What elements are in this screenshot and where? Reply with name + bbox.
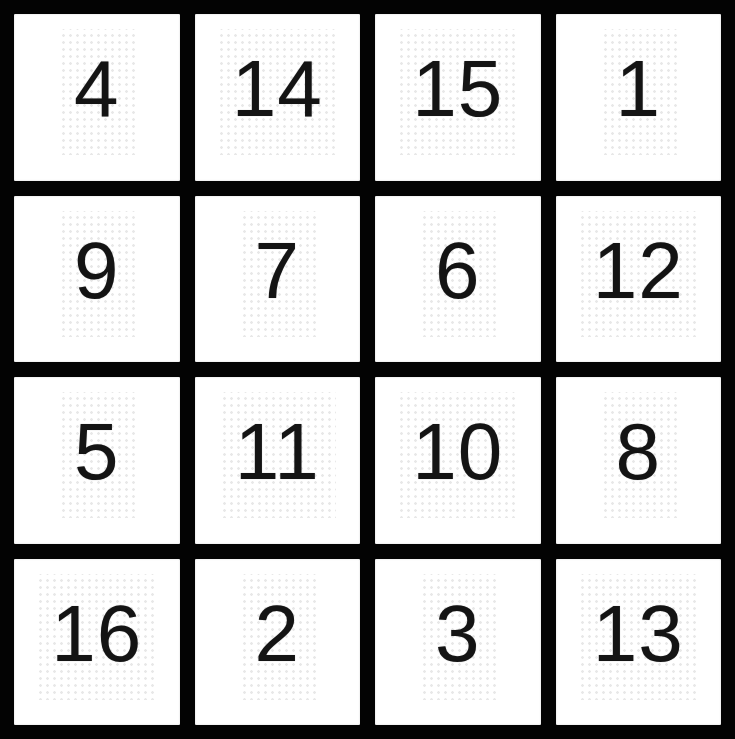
cell-value: 15 [396,29,519,155]
cell-r4c2: 2 [195,559,361,726]
cell-value: 1 [600,29,678,155]
magic-square-board: 4 14 15 1 9 7 6 12 5 11 10 8 16 2 3 13 [0,0,735,739]
cell-r3c4: 8 [556,377,722,544]
cell-value: 2 [239,574,317,700]
cell-r1c3: 15 [375,14,541,181]
cell-value: 8 [600,392,678,518]
cell-r2c3: 6 [375,196,541,363]
cell-value: 7 [239,211,317,337]
cell-value: 5 [58,392,136,518]
cell-r4c3: 3 [375,559,541,726]
cell-r2c2: 7 [195,196,361,363]
cell-r1c2: 14 [195,14,361,181]
cell-value: 13 [577,574,700,700]
cell-value: 3 [419,574,497,700]
cell-value: 9 [58,211,136,337]
cell-value: 10 [396,392,519,518]
cell-r4c1: 16 [14,559,180,726]
cell-r1c4: 1 [556,14,722,181]
cell-value: 4 [58,29,136,155]
cell-value: 16 [35,574,158,700]
cell-value: 11 [219,392,336,518]
cell-r3c1: 5 [14,377,180,544]
cell-r2c4: 12 [556,196,722,363]
cell-r1c1: 4 [14,14,180,181]
cell-r4c4: 13 [556,559,722,726]
cell-value: 14 [216,29,339,155]
cell-r3c3: 10 [375,377,541,544]
cell-value: 6 [419,211,497,337]
cell-r2c1: 9 [14,196,180,363]
cell-value: 12 [577,211,700,337]
cell-r3c2: 11 [195,377,361,544]
